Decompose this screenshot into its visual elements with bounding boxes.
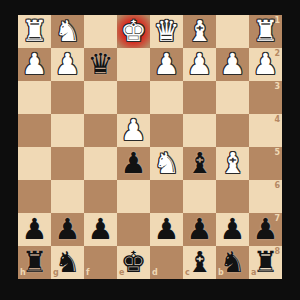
square-f1[interactable] <box>84 15 117 48</box>
black-king[interactable]: ♚ <box>121 246 147 279</box>
white-pawn[interactable]: ♟ <box>220 48 246 81</box>
square-e5[interactable]: ♟ <box>117 147 150 180</box>
square-h2[interactable]: ♟ <box>18 48 51 81</box>
black-pawn[interactable]: ♟ <box>187 213 213 246</box>
square-b3[interactable] <box>216 81 249 114</box>
white-rook[interactable]: ♜ <box>22 15 48 48</box>
square-g2[interactable]: ♟ <box>51 48 84 81</box>
square-d1[interactable]: ♛ <box>150 15 183 48</box>
square-a2[interactable]: 2♟ <box>249 48 282 81</box>
square-b6[interactable] <box>216 180 249 213</box>
square-a1[interactable]: 1♜ <box>249 15 282 48</box>
square-a3[interactable]: 3 <box>249 81 282 114</box>
square-b8[interactable]: b♞ <box>216 246 249 279</box>
square-a5[interactable]: 5 <box>249 147 282 180</box>
file-label-f: f <box>86 269 89 277</box>
black-pawn[interactable]: ♟ <box>154 213 180 246</box>
square-b2[interactable]: ♟ <box>216 48 249 81</box>
app-background: ♜♞♚♛♝1♜♟♟♛♟♟♟2♟3♟4♟♞♝♝56♟♟♟♟♟♟7♟h♜g♞fe♚d… <box>0 0 300 300</box>
square-f4[interactable] <box>84 114 117 147</box>
white-pawn[interactable]: ♟ <box>22 48 48 81</box>
white-king[interactable]: ♚ <box>121 15 147 48</box>
square-h7[interactable]: ♟ <box>18 213 51 246</box>
black-pawn[interactable]: ♟ <box>88 213 114 246</box>
square-b5[interactable]: ♝ <box>216 147 249 180</box>
black-queen[interactable]: ♛ <box>88 48 114 81</box>
square-g8[interactable]: g♞ <box>51 246 84 279</box>
white-pawn[interactable]: ♟ <box>253 48 279 81</box>
square-c1[interactable]: ♝ <box>183 15 216 48</box>
black-pawn[interactable]: ♟ <box>121 147 147 180</box>
rank-label-6: 6 <box>274 182 280 190</box>
square-e7[interactable] <box>117 213 150 246</box>
square-d4[interactable] <box>150 114 183 147</box>
square-e2[interactable] <box>117 48 150 81</box>
black-rook[interactable]: ♜ <box>253 246 279 279</box>
black-pawn[interactable]: ♟ <box>253 213 279 246</box>
square-a8[interactable]: 8a♜ <box>249 246 282 279</box>
white-bishop[interactable]: ♝ <box>187 15 213 48</box>
square-b1[interactable] <box>216 15 249 48</box>
square-c4[interactable] <box>183 114 216 147</box>
square-f5[interactable] <box>84 147 117 180</box>
square-f2[interactable]: ♛ <box>84 48 117 81</box>
square-b7[interactable]: ♟ <box>216 213 249 246</box>
square-d3[interactable] <box>150 81 183 114</box>
square-h1[interactable]: ♜ <box>18 15 51 48</box>
black-rook[interactable]: ♜ <box>22 246 48 279</box>
square-f7[interactable]: ♟ <box>84 213 117 246</box>
white-pawn[interactable]: ♟ <box>121 114 147 147</box>
square-g5[interactable] <box>51 147 84 180</box>
square-e4[interactable]: ♟ <box>117 114 150 147</box>
square-e6[interactable] <box>117 180 150 213</box>
square-d6[interactable] <box>150 180 183 213</box>
square-f8[interactable]: f <box>84 246 117 279</box>
square-h4[interactable] <box>18 114 51 147</box>
square-g4[interactable] <box>51 114 84 147</box>
white-pawn[interactable]: ♟ <box>55 48 81 81</box>
square-h6[interactable] <box>18 180 51 213</box>
square-c2[interactable]: ♟ <box>183 48 216 81</box>
square-c3[interactable] <box>183 81 216 114</box>
square-c5[interactable]: ♝ <box>183 147 216 180</box>
white-pawn[interactable]: ♟ <box>154 48 180 81</box>
white-bishop[interactable]: ♝ <box>220 147 246 180</box>
square-g7[interactable]: ♟ <box>51 213 84 246</box>
square-b4[interactable] <box>216 114 249 147</box>
black-pawn[interactable]: ♟ <box>220 213 246 246</box>
white-pawn[interactable]: ♟ <box>187 48 213 81</box>
square-f6[interactable] <box>84 180 117 213</box>
black-knight[interactable]: ♞ <box>55 246 81 279</box>
rank-label-4: 4 <box>274 116 280 124</box>
square-e3[interactable] <box>117 81 150 114</box>
square-d7[interactable]: ♟ <box>150 213 183 246</box>
square-c7[interactable]: ♟ <box>183 213 216 246</box>
black-pawn[interactable]: ♟ <box>22 213 48 246</box>
square-h3[interactable] <box>18 81 51 114</box>
white-rook[interactable]: ♜ <box>253 15 279 48</box>
rank-label-3: 3 <box>274 83 280 91</box>
black-pawn[interactable]: ♟ <box>55 213 81 246</box>
square-e1[interactable]: ♚ <box>117 15 150 48</box>
rank-label-5: 5 <box>274 149 280 157</box>
square-g6[interactable] <box>51 180 84 213</box>
square-d2[interactable]: ♟ <box>150 48 183 81</box>
square-a4[interactable]: 4 <box>249 114 282 147</box>
square-c6[interactable] <box>183 180 216 213</box>
square-d5[interactable]: ♞ <box>150 147 183 180</box>
square-a7[interactable]: 7♟ <box>249 213 282 246</box>
square-h5[interactable] <box>18 147 51 180</box>
square-e8[interactable]: e♚ <box>117 246 150 279</box>
square-g1[interactable]: ♞ <box>51 15 84 48</box>
file-label-d: d <box>152 269 158 277</box>
white-knight[interactable]: ♞ <box>55 15 81 48</box>
chess-board: ♜♞♚♛♝1♜♟♟♛♟♟♟2♟3♟4♟♞♝♝56♟♟♟♟♟♟7♟h♜g♞fe♚d… <box>18 15 282 279</box>
black-bishop[interactable]: ♝ <box>187 147 213 180</box>
square-f3[interactable] <box>84 81 117 114</box>
white-queen[interactable]: ♛ <box>154 15 180 48</box>
square-g3[interactable] <box>51 81 84 114</box>
square-a6[interactable]: 6 <box>249 180 282 213</box>
square-h8[interactable]: h♜ <box>18 246 51 279</box>
black-bishop[interactable]: ♝ <box>187 246 213 279</box>
white-knight[interactable]: ♞ <box>154 147 180 180</box>
black-knight[interactable]: ♞ <box>220 246 246 279</box>
square-c8[interactable]: c♝ <box>183 246 216 279</box>
square-d8[interactable]: d <box>150 246 183 279</box>
